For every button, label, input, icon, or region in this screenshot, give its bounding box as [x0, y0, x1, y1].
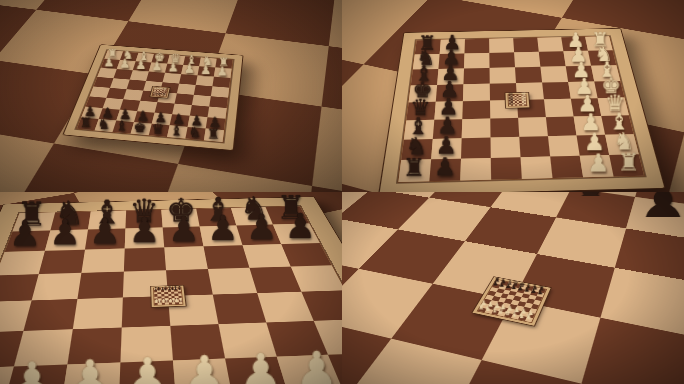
- square: [67, 327, 121, 364]
- square: ♜: [585, 36, 612, 51]
- square: ♜: [266, 206, 310, 224]
- square: [462, 119, 491, 139]
- square: [464, 53, 490, 69]
- square: ♝: [88, 211, 126, 230]
- chessboard: ♜♞♝♛♚♝♞♜♟♟♟♟♟♟♟♟♟♟♟♟♟♟♟♟♜♞♝♛♚♝♞♜♜♞♝♛♚♝♞♜…: [342, 192, 684, 384]
- square: [490, 118, 519, 138]
- square: [489, 52, 515, 68]
- square: ♟: [273, 224, 320, 245]
- piece-white-king: ♚: [151, 51, 167, 63]
- square: ♟: [225, 357, 289, 384]
- piece-white-knight: ♞: [609, 130, 639, 154]
- square: [168, 295, 218, 326]
- square: [550, 156, 583, 178]
- square: ♞: [413, 54, 440, 70]
- square: [463, 84, 490, 101]
- square: ♞: [605, 134, 639, 155]
- piece-white-bishop: ♝: [183, 53, 199, 65]
- square: [175, 93, 194, 105]
- square: [211, 86, 229, 97]
- square: ♜: [12, 212, 55, 231]
- square: ♜: [215, 59, 232, 69]
- square: ♟: [574, 116, 606, 136]
- piece-white-knight: ♞: [120, 48, 136, 60]
- square: [177, 84, 196, 95]
- square: ♟: [3, 365, 68, 384]
- piece-black-knight: ♞: [95, 117, 113, 131]
- square: [491, 137, 521, 158]
- montage-frame-overhead-shot: ♜♟♟♜♞♟♟♞♝♟♟♝♚♟♟♚♛♟♟♛♝♟♟♝♞♟♟♞♜♟♟♜♜♟♟♜♞♟♟♞…: [342, 0, 684, 192]
- square: [170, 324, 225, 360]
- square: [542, 82, 571, 99]
- square: [281, 243, 331, 266]
- square: ♟: [438, 53, 464, 69]
- square: [546, 117, 577, 137]
- square: ♟: [437, 68, 464, 84]
- square: ♜: [204, 129, 224, 142]
- square: [548, 136, 580, 157]
- square: [166, 269, 213, 296]
- square: ♟: [566, 66, 595, 82]
- square: [122, 296, 171, 327]
- square: ♟: [433, 119, 463, 139]
- square: [521, 156, 553, 178]
- square: [77, 271, 123, 299]
- square: [120, 326, 173, 363]
- square: ♜: [609, 154, 644, 176]
- piece-white-bishop: ♝: [136, 50, 152, 62]
- square: [518, 117, 548, 137]
- square: [179, 74, 197, 85]
- square: [172, 104, 192, 116]
- square: [140, 91, 160, 103]
- square: ♞: [185, 127, 205, 140]
- montage-frame-extreme-close-shot: ♜♞♝♛♚♝♞♜♟♟♟♟♟♟♟♟♟♟♟♟♟♟♟♟♜♞♝♛♚♝♞♜♜♞♝♛♚♝♞♜…: [342, 192, 684, 384]
- square: ♟: [5, 230, 51, 252]
- square: [190, 105, 209, 117]
- piece-black-bishop: ♝: [167, 123, 186, 137]
- piece-white-bishop: ♝: [605, 111, 634, 134]
- square: ♛: [406, 102, 435, 121]
- chessboard: ♜♟♟♜♞♟♟♞♝♟♟♝♚♟♟♚♛♟♟♛♝♟♟♝♞♟♟♞♜♟♟♜♜♟♟♜♞♟♟♞…: [379, 29, 664, 192]
- square: [489, 38, 514, 53]
- square: [490, 83, 517, 100]
- square: [160, 82, 179, 93]
- square: [94, 77, 114, 88]
- square: [539, 51, 566, 66]
- square: ♟: [571, 98, 601, 116]
- piece-black-knight: ♞: [401, 135, 431, 159]
- square: [14, 329, 73, 366]
- square: ♟: [163, 226, 204, 247]
- montage-frame-wide-shot: ♜♞♝♚♛♝♞♜♟♟♟♟♟♟♟♟♟♟♟♟♟♟♟♟♜♞♝♚♛♝♞♜♜♞♝♚♛♝♞♜…: [0, 0, 342, 192]
- piece-white-queen: ♛: [167, 52, 183, 64]
- square: ♟: [568, 81, 597, 98]
- square: ♟: [429, 159, 461, 182]
- square: ♟: [440, 39, 465, 54]
- square: [515, 67, 542, 83]
- square: [465, 39, 490, 54]
- square: ♚: [161, 209, 199, 228]
- piece-black-pawn: ♟: [555, 192, 626, 222]
- frame-montage-grid: ♜♞♝♚♛♝♞♜♟♟♟♟♟♟♟♟♟♟♟♟♟♟♟♟♜♞♝♚♛♝♞♜♜♞♝♚♛♝♞♜…: [0, 0, 684, 384]
- square: [540, 66, 568, 82]
- square: [39, 250, 85, 274]
- square: [73, 297, 123, 329]
- piece-black-rook: ♜: [399, 156, 430, 181]
- square: [513, 38, 539, 53]
- piece-white-pawn: ♟: [563, 31, 588, 51]
- square: [544, 99, 574, 117]
- video-preview: ♜♞♝♚♛♝♞♜♟♟♟♟♟♟♟♟♟♟♟♟♟♟♟♟♜♞♝♚♛♝♞♜♜♞♝♚♛♝♞♜…: [0, 0, 684, 384]
- chessboard: ♜♞♝♛♚♝♞♜♟♟♟♟♟♟♟♟♟♟♟♟♟♟♟♟♜♞♝♛♚♝♞♜♜♞♝♛♚♝♞♜…: [0, 197, 342, 384]
- square: ♟: [431, 138, 462, 159]
- square: ♝: [167, 125, 188, 138]
- piece-black-pawn: ♟: [152, 110, 170, 124]
- piece-black-pawn: ♟: [440, 33, 465, 53]
- square: ♚: [131, 122, 152, 135]
- square: [204, 245, 250, 269]
- square: ♜: [77, 117, 99, 130]
- square: ♛: [598, 98, 629, 116]
- piece-white-rook: ♜: [588, 30, 613, 50]
- square: ♝: [591, 65, 620, 81]
- square: [130, 70, 149, 81]
- square: [124, 247, 166, 271]
- square: [123, 89, 143, 100]
- square: ♚: [409, 85, 438, 103]
- square: [517, 99, 546, 117]
- square: ♛: [125, 210, 162, 229]
- square: [301, 290, 342, 321]
- square: [490, 67, 516, 83]
- square: [516, 83, 544, 100]
- square: ♚: [594, 81, 624, 98]
- piece-black-pawn: ♟: [431, 134, 461, 158]
- square: [460, 158, 491, 181]
- square: [164, 246, 208, 270]
- square: ♟: [116, 110, 137, 122]
- piece-white-rook: ♜: [104, 47, 120, 59]
- square: ♝: [601, 115, 633, 135]
- square: ♞: [50, 211, 90, 230]
- square: ♟: [436, 84, 464, 101]
- square: [463, 68, 489, 84]
- piece-black-pawn: ♟: [170, 112, 188, 126]
- square: ♟: [577, 135, 610, 156]
- square: ♟: [561, 37, 588, 52]
- square: ♝: [196, 208, 236, 227]
- square: ♟: [61, 363, 120, 384]
- piece-white-rook: ♜: [215, 56, 231, 68]
- square: [491, 157, 522, 179]
- square: ♟: [170, 114, 190, 127]
- square: ♟: [173, 359, 233, 384]
- square: [257, 292, 313, 323]
- piece-white-knight: ♞: [199, 54, 215, 66]
- square: ♝: [404, 120, 434, 140]
- square: ♟: [85, 228, 126, 249]
- piece-black-pawn: ♟: [429, 155, 460, 180]
- square: ♜: [398, 159, 431, 182]
- square: ♟: [434, 101, 463, 120]
- square: [212, 77, 230, 88]
- square: ♟: [125, 227, 165, 248]
- square: ♞: [588, 50, 616, 65]
- square: ♝: [411, 69, 439, 86]
- piece-black-rook: ♜: [415, 34, 440, 54]
- square: [23, 299, 77, 331]
- square: ♟: [45, 229, 88, 250]
- square: [519, 136, 550, 157]
- square: [537, 37, 563, 52]
- piece-black-rook: ♜: [273, 192, 310, 224]
- square: ♟: [119, 361, 176, 384]
- square: ♟: [563, 51, 591, 66]
- square: [249, 266, 301, 293]
- square: ♟: [200, 225, 243, 246]
- square: [462, 101, 490, 120]
- piece-black-knight: ♞: [185, 125, 204, 139]
- montage-frame-close-shot: ♜♞♝♛♚♝♞♜♟♟♟♟♟♟♟♟♟♟♟♟♟♟♟♟♜♞♝♛♚♝♞♜♜♞♝♛♚♝♞♜…: [0, 192, 342, 384]
- square: ♞: [401, 139, 433, 160]
- square: [514, 52, 540, 67]
- square: [461, 138, 491, 159]
- square: [218, 322, 276, 358]
- square: ♟: [198, 66, 216, 76]
- square: ♟: [206, 117, 226, 130]
- square: ♜: [415, 40, 441, 55]
- square: [81, 249, 124, 273]
- square: [32, 273, 82, 301]
- piece-white-rook: ♜: [613, 151, 644, 176]
- square: ♟: [580, 155, 614, 177]
